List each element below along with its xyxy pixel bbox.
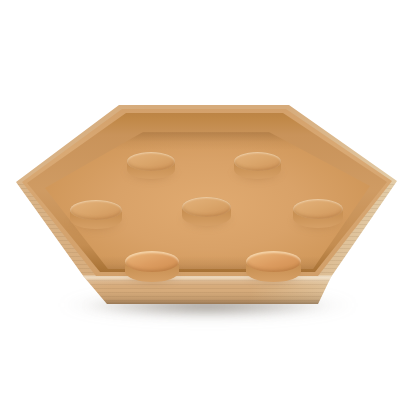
- peg-top-face: [293, 199, 343, 219]
- peg-top-face: [182, 197, 231, 217]
- peg-top-face: [246, 251, 301, 272]
- peg-top-face: [234, 152, 281, 171]
- peg-middle-center[interactable]: [177, 194, 236, 235]
- peg-top-right[interactable]: [229, 149, 286, 188]
- peg-middle-left[interactable]: [65, 197, 127, 238]
- peg-bottom-right[interactable]: [241, 248, 306, 291]
- peg-top-face: [127, 152, 175, 171]
- peg-positions: [0, 0, 414, 414]
- peg-top-left[interactable]: [122, 149, 180, 188]
- scene: [0, 0, 414, 414]
- peg-top-face: [70, 200, 122, 220]
- peg-bottom-left[interactable]: [120, 248, 184, 291]
- peg-middle-right[interactable]: [288, 196, 348, 237]
- peg-top-face: [125, 251, 179, 272]
